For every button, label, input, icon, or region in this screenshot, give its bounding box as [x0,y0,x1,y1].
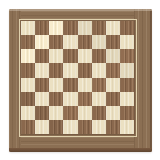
square-c8 [49,21,63,35]
square-b5 [35,63,49,77]
board-frame-right-rail [134,9,152,152]
square-e8 [78,21,92,35]
square-g8 [106,21,120,35]
square-d5 [63,63,77,77]
square-b6 [35,49,49,63]
square-b2 [35,106,49,120]
square-g7 [106,35,120,49]
square-a4 [21,78,35,92]
square-d2 [63,106,77,120]
square-d3 [63,92,77,106]
square-a1 [21,120,35,134]
square-h6 [120,49,134,63]
square-c7 [49,35,63,49]
square-a5 [21,63,35,77]
square-d4 [63,78,77,92]
square-b4 [35,78,49,92]
square-e1 [78,120,92,134]
square-a3 [21,92,35,106]
square-h5 [120,63,134,77]
square-c5 [49,63,63,77]
square-a8 [21,21,35,35]
square-e3 [78,92,92,106]
square-b3 [35,92,49,106]
board-bottom-edge [9,148,152,152]
square-g1 [106,120,120,134]
square-d1 [63,120,77,134]
square-f7 [92,35,106,49]
board-top-edge-highlight [9,9,152,11]
square-g4 [106,78,120,92]
square-h8 [120,21,134,35]
square-e7 [78,35,92,49]
square-b7 [35,35,49,49]
square-e4 [78,78,92,92]
square-h4 [120,78,134,92]
square-c1 [49,120,63,134]
square-c2 [49,106,63,120]
square-f3 [92,92,106,106]
product-photo-background [0,0,160,160]
square-h3 [120,92,134,106]
square-e2 [78,106,92,120]
square-a2 [21,106,35,120]
square-e6 [78,49,92,63]
square-b8 [35,21,49,35]
square-f2 [92,106,106,120]
square-a6 [21,49,35,63]
square-e5 [78,63,92,77]
square-b1 [35,120,49,134]
square-a7 [21,35,35,49]
square-d6 [63,49,77,63]
square-c3 [49,92,63,106]
chess-board [9,9,152,152]
square-f8 [92,21,106,35]
square-f4 [92,78,106,92]
square-d8 [63,21,77,35]
square-h1 [120,120,134,134]
square-f6 [92,49,106,63]
square-g3 [106,92,120,106]
square-c4 [49,78,63,92]
square-g5 [106,63,120,77]
square-g6 [106,49,120,63]
square-h2 [120,106,134,120]
square-g2 [106,106,120,120]
square-d7 [63,35,77,49]
square-f5 [92,63,106,77]
square-h7 [120,35,134,49]
board-grid [21,21,134,134]
square-f1 [92,120,106,134]
square-c6 [49,49,63,63]
